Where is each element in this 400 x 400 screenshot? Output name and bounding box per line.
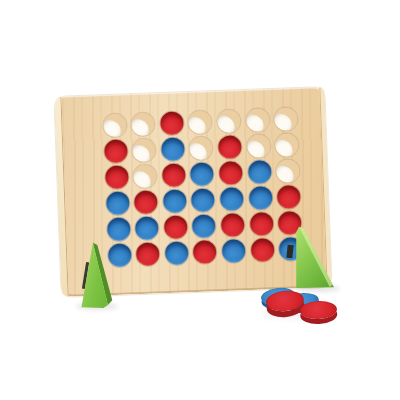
red-disc xyxy=(105,165,129,189)
blue-disc xyxy=(248,186,272,210)
board-grid xyxy=(100,105,306,268)
blue-disc xyxy=(163,189,187,213)
board-cell-r3c2 xyxy=(130,162,160,189)
empty-hole xyxy=(275,133,299,157)
red-disc xyxy=(164,215,188,239)
empty-hole xyxy=(188,110,212,134)
empty-hole xyxy=(247,134,271,158)
right-stand xyxy=(293,224,339,292)
blue-disc xyxy=(191,188,215,212)
board-cell-r5c1 xyxy=(104,215,133,242)
empty-hole xyxy=(189,136,213,160)
blue-disc xyxy=(220,187,244,211)
board-cell-r5c5 xyxy=(218,211,247,238)
board-cell-r6c6 xyxy=(248,236,278,263)
board-cell-r4c1 xyxy=(103,189,132,216)
blue-disc xyxy=(192,214,216,238)
red-disc xyxy=(249,212,273,236)
board-cell-r4c5 xyxy=(217,185,246,212)
board-cell-r2c7 xyxy=(272,131,301,158)
right-stand-slot-shadow xyxy=(286,245,293,259)
product-photo-connect-four xyxy=(0,0,400,400)
red-disc xyxy=(162,163,186,187)
blue-disc xyxy=(248,160,272,184)
red-disc xyxy=(160,111,184,135)
board-cell-r1c5 xyxy=(214,107,243,134)
blue-disc xyxy=(135,216,159,240)
blue-disc xyxy=(106,191,130,215)
red-disc xyxy=(277,185,301,209)
empty-hole xyxy=(133,164,157,188)
blue-disc xyxy=(161,137,185,161)
empty-hole xyxy=(103,113,127,137)
board-cell-r1c4 xyxy=(186,108,216,135)
loose-discs-shadow xyxy=(262,308,334,318)
board-cell-r4c7 xyxy=(274,183,303,210)
blue-disc xyxy=(190,162,214,186)
empty-hole xyxy=(131,112,155,136)
board-cell-r3c5 xyxy=(216,159,245,186)
board-cell-r1c2 xyxy=(129,110,159,137)
board-cell-r6c3 xyxy=(162,239,191,266)
board-cell-r2c4 xyxy=(187,134,217,161)
red-disc xyxy=(219,161,243,185)
red-disc xyxy=(221,213,245,237)
board-cell-r3c4 xyxy=(188,160,218,187)
board-cell-r4c6 xyxy=(246,184,276,211)
board-cell-r1c7 xyxy=(271,105,300,132)
board-cell-r6c2 xyxy=(133,240,163,267)
blue-disc xyxy=(165,241,189,265)
board-cell-r2c6 xyxy=(244,132,274,159)
board-cell-r5c3 xyxy=(161,213,190,240)
board-cell-r5c4 xyxy=(189,212,219,239)
empty-hole xyxy=(246,108,270,132)
left-stand xyxy=(74,240,118,310)
board-cell-r6c5 xyxy=(219,237,248,264)
board-cell-r3c7 xyxy=(273,157,302,184)
empty-hole xyxy=(217,109,241,133)
board-cell-r2c3 xyxy=(158,135,187,162)
board-cell-r2c1 xyxy=(101,137,130,164)
red-disc xyxy=(134,190,158,214)
empty-hole xyxy=(274,107,298,131)
board-cell-r2c2 xyxy=(130,136,160,163)
board-cell-r5c2 xyxy=(132,214,162,241)
board-cell-r2c5 xyxy=(215,133,244,160)
red-disc xyxy=(218,135,242,159)
board-cell-r1c3 xyxy=(157,109,186,136)
board-cell-r5c6 xyxy=(247,210,277,237)
empty-hole xyxy=(132,138,156,162)
red-disc xyxy=(104,139,128,163)
board-cell-r3c6 xyxy=(245,158,275,185)
red-disc xyxy=(193,240,217,264)
board-cell-r4c3 xyxy=(160,187,189,214)
board-cell-r1c1 xyxy=(100,111,129,138)
board-cell-r4c4 xyxy=(189,186,219,213)
blue-disc xyxy=(107,217,131,241)
red-disc xyxy=(250,238,274,262)
board-cell-r1c6 xyxy=(243,106,273,133)
blue-disc xyxy=(222,239,246,263)
board-cell-r4c2 xyxy=(131,188,161,215)
empty-hole xyxy=(276,159,300,183)
red-disc xyxy=(136,242,160,266)
board-cell-r3c3 xyxy=(159,161,188,188)
board-cell-r6c4 xyxy=(190,238,220,265)
board-cell-r3c1 xyxy=(102,163,131,190)
